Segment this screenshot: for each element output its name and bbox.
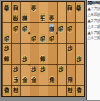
board-cell-9b[interactable] [2, 12, 11, 22]
board-cell-4h[interactable]: 角 [47, 75, 56, 85]
board-cell-5f[interactable]: 銀 [38, 54, 47, 64]
board-cell-2f[interactable] [65, 54, 74, 64]
board-cell-2e[interactable]: 歩 [65, 44, 74, 54]
board-cell-7b[interactable]: 銀 [20, 12, 29, 22]
board-cell-8f[interactable] [11, 54, 20, 64]
board-cell-6e[interactable] [29, 44, 38, 54]
board-cell-6b[interactable] [29, 12, 38, 22]
board-cell-3h[interactable] [56, 75, 65, 85]
shogi-piece-7b[interactable]: 銀 [21, 13, 29, 22]
star-point [29, 64, 31, 66]
shogi-piece-6d[interactable]: 歩 [30, 34, 38, 43]
board-cell-7a[interactable] [20, 2, 29, 12]
shogi-piece-4h[interactable]: 角 [48, 76, 56, 85]
shogi-piece-9f[interactable]: 銀 [3, 55, 11, 64]
board-cell-1h[interactable] [74, 75, 83, 85]
shogi-piece-2c[interactable]: 歩 [66, 24, 74, 33]
shogi-piece-4c[interactable]: 銀 [48, 24, 56, 33]
board-cell-9e[interactable]: 歩 [2, 44, 11, 54]
board-cell-5c[interactable] [38, 23, 47, 33]
board-cell-2d[interactable] [65, 33, 74, 43]
board-cell-4d[interactable]: 歩 [47, 33, 56, 43]
shogi-piece-7h[interactable]: 金 [21, 76, 29, 85]
board-cell-1b[interactable] [74, 12, 83, 22]
board-cell-1c[interactable] [74, 23, 83, 33]
board-cell-4b[interactable]: 金 [47, 12, 56, 22]
board-cell-4c[interactable]: 銀 [47, 23, 56, 33]
shogi-piece-6h[interactable]: 金 [30, 76, 38, 85]
board-cell-6h[interactable]: 金 [29, 75, 38, 85]
shogi-board: 香桂金桂香飛銀玉金歩歩銀歩歩歩歩歩歩歩歩銀歩銀歩歩歩歩歩玉金金角飛香桂桂香 [1, 1, 85, 97]
board-cell-8h[interactable]: 玉 [11, 75, 20, 85]
shogi-piece-3g[interactable]: 歩 [57, 65, 65, 74]
star-point [56, 64, 58, 66]
star-point [56, 33, 58, 35]
board-cell-7c[interactable]: 歩 [20, 23, 29, 33]
board-cell-1e[interactable] [74, 44, 83, 54]
board-cell-8d[interactable] [11, 33, 20, 43]
board-cell-1g[interactable] [74, 65, 83, 75]
board-cell-3d[interactable] [56, 33, 65, 43]
board-cell-7g[interactable] [20, 65, 29, 75]
board-cell-4i[interactable] [47, 86, 56, 96]
board-cell-4g[interactable] [47, 65, 56, 75]
board-cell-7d[interactable] [20, 33, 29, 43]
shogi-piece-8i[interactable]: 桂 [12, 86, 20, 95]
board-cell-7f[interactable]: 歩 [20, 54, 29, 64]
shogi-piece-6a[interactable]: 金 [30, 3, 38, 12]
board-cell-2c[interactable]: 歩 [65, 23, 74, 33]
board-cell-3b[interactable] [56, 12, 65, 22]
board-cell-9d[interactable]: 歩 [2, 33, 11, 43]
board-cell-2g[interactable] [65, 65, 74, 75]
board-cell-6d[interactable]: 歩 [29, 33, 38, 43]
shogi-piece-2a[interactable]: 桂 [66, 3, 74, 12]
board-cell-6f[interactable] [29, 54, 38, 64]
shogi-app-window: 香桂金桂香飛銀玉金歩歩銀歩歩歩歩歩歩歩歩銀歩銀歩歩歩歩歩玉金金角飛香桂桂香 開始… [0, 0, 100, 100]
board-cell-5i[interactable] [38, 86, 47, 96]
board-cell-6a[interactable]: 金 [29, 2, 38, 12]
board-cell-9c[interactable] [2, 23, 11, 33]
board-cell-3e[interactable] [56, 44, 65, 54]
board-cell-1a[interactable]: 香 [74, 2, 83, 12]
shogi-piece-9d[interactable]: 歩 [3, 34, 11, 43]
board-cell-1i[interactable]: 香 [74, 86, 83, 96]
board-cell-6g[interactable]: 歩 [29, 65, 38, 75]
board-cell-9a[interactable]: 香 [2, 2, 11, 12]
board-cell-2a[interactable]: 桂 [65, 2, 74, 12]
board-cell-2h[interactable]: 飛 [65, 75, 74, 85]
kifu-move-line[interactable]: ▲７六歩 [87, 6, 100, 12]
board-cell-8b[interactable]: 飛 [11, 12, 20, 22]
board-cell-7i[interactable] [20, 86, 29, 96]
kifu-move-line[interactable]: △８四歩 [87, 12, 100, 18]
board-cell-2i[interactable]: 桂 [65, 86, 74, 96]
board-cell-4a[interactable] [47, 2, 56, 12]
window-margin [0, 98, 86, 101]
board-cell-2b[interactable] [65, 12, 74, 22]
shogi-piece-8a[interactable]: 桂 [12, 3, 20, 12]
board-cell-4e[interactable] [47, 44, 56, 54]
shogi-piece-1f[interactable]: 歩 [75, 55, 83, 64]
shogi-piece-7c[interactable]: 歩 [21, 24, 29, 33]
board-cell-8e[interactable] [11, 44, 20, 54]
board-cell-7e[interactable] [20, 44, 29, 54]
board-cell-6c[interactable] [29, 23, 38, 33]
star-point [29, 33, 31, 35]
kifu-move-line[interactable]: △４三銀 [87, 35, 100, 41]
board-cell-8i[interactable]: 桂 [11, 86, 20, 96]
board-cell-4f[interactable] [47, 54, 56, 64]
board-cell-9f[interactable]: 銀 [2, 54, 11, 64]
board-cell-8a[interactable]: 桂 [11, 2, 20, 12]
shogi-piece-1a[interactable]: 香 [75, 3, 83, 12]
shogi-piece-8b[interactable]: 飛 [12, 13, 20, 22]
shogi-piece-8c[interactable]: 歩 [12, 24, 20, 33]
shogi-piece-8g[interactable]: 歩 [12, 65, 20, 74]
board-cell-1f[interactable]: 歩 [74, 54, 83, 64]
shogi-piece-9i[interactable]: 香 [3, 86, 11, 95]
shogi-piece-4d[interactable]: 歩 [48, 34, 56, 43]
board-grid: 香桂金桂香飛銀玉金歩歩銀歩歩歩歩歩歩歩歩銀歩銀歩歩歩歩歩玉金金角飛香桂桂香 [2, 2, 84, 96]
shogi-piece-3c[interactable]: 歩 [57, 24, 65, 33]
shogi-piece-1i[interactable]: 香 [75, 86, 83, 95]
board-cell-3g[interactable]: 歩 [56, 65, 65, 75]
shogi-piece-2e[interactable]: 歩 [66, 44, 74, 53]
kifu-move-list-panel[interactable]: 開始局面▲７六歩△８四歩▲２六歩△３二銀▲５六銀△４三銀 [86, 0, 100, 100]
shogi-piece-8h[interactable]: 玉 [12, 76, 20, 85]
board-cell-9g[interactable] [2, 65, 11, 75]
shogi-piece-7f[interactable]: 歩 [21, 55, 29, 64]
board-cell-7h[interactable]: 金 [20, 75, 29, 85]
board-cell-5a[interactable] [38, 2, 47, 12]
kifu-move-line[interactable]: △３二銀 [87, 24, 100, 30]
shogi-piece-9e[interactable]: 歩 [3, 44, 11, 53]
board-cell-5g[interactable]: 歩 [38, 65, 47, 75]
board-cell-3a[interactable] [56, 2, 65, 12]
shogi-piece-5f[interactable]: 銀 [39, 55, 47, 64]
shogi-piece-6g[interactable]: 歩 [30, 65, 38, 74]
board-cell-3i[interactable] [56, 86, 65, 96]
shogi-piece-5d[interactable]: 歩 [39, 34, 47, 43]
board-cell-5d[interactable]: 歩 [38, 33, 47, 43]
shogi-piece-5b[interactable]: 玉 [39, 13, 47, 22]
board-cell-5e[interactable] [38, 44, 47, 54]
board-cell-9h[interactable] [2, 75, 11, 85]
board-cell-6i[interactable] [29, 86, 38, 96]
shogi-piece-2i[interactable]: 桂 [66, 86, 74, 95]
board-cell-9i[interactable]: 香 [2, 86, 11, 96]
board-cell-5b[interactable]: 玉 [38, 12, 47, 22]
shogi-piece-2h[interactable]: 飛 [66, 76, 74, 85]
board-cell-1d[interactable] [74, 33, 83, 43]
board-cell-5h[interactable] [38, 75, 47, 85]
shogi-piece-5g[interactable]: 歩 [39, 65, 47, 74]
shogi-piece-4b[interactable]: 金 [48, 13, 56, 22]
kifu-move-line[interactable]: ▲２六歩 [87, 18, 100, 24]
kifu-move-list: 開始局面▲７六歩△８四歩▲２六歩△３二銀▲５六銀△４三銀 [87, 0, 100, 41]
shogi-piece-9a[interactable]: 香 [3, 3, 11, 12]
board-cell-8c[interactable]: 歩 [11, 23, 20, 33]
board-cell-8g[interactable]: 歩 [11, 65, 20, 75]
